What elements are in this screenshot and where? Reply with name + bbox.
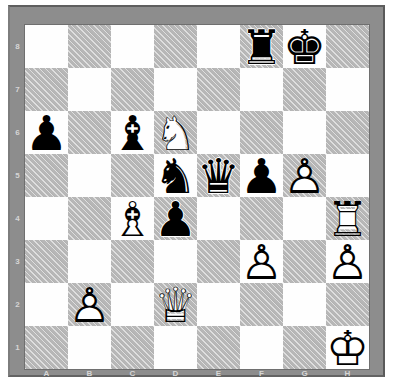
piece-glyph-fill: ♜ [326,197,369,240]
square-g8[interactable]: ♚ [283,25,326,68]
square-d3[interactable] [154,240,197,283]
square-a6[interactable]: ♟ [25,111,68,154]
piece-glyph: ♝ [111,111,154,154]
piece-glyph: ♛ [197,154,240,197]
square-e3[interactable] [197,240,240,283]
square-a2[interactable] [25,283,68,326]
square-c5[interactable] [111,154,154,197]
square-f8[interactable]: ♜ [240,25,283,68]
square-e2[interactable] [197,283,240,326]
file-label-c: C [111,369,154,377]
piece-glyph: ♙ [68,283,111,326]
piece-wQ-d2[interactable]: ♛♕ [154,283,197,326]
piece-glyph-fill: ♚ [326,326,369,369]
rank-labels: 87654321 [10,25,25,369]
square-b3[interactable] [68,240,111,283]
square-h5[interactable] [326,154,369,197]
square-a7[interactable] [25,68,68,111]
square-h6[interactable] [326,111,369,154]
square-g6[interactable] [283,111,326,154]
piece-glyph: ♗ [111,197,154,240]
square-e4[interactable] [197,197,240,240]
square-c8[interactable] [111,25,154,68]
square-a5[interactable] [25,154,68,197]
square-g1[interactable] [283,326,326,369]
piece-glyph: ♘ [154,111,197,154]
square-c2[interactable] [111,283,154,326]
square-e1[interactable] [197,326,240,369]
square-b2[interactable]: ♟♙ [68,283,111,326]
file-label-e: E [197,369,240,377]
square-c7[interactable] [111,68,154,111]
square-h8[interactable] [326,25,369,68]
piece-glyph: ♙ [240,240,283,283]
square-a3[interactable] [25,240,68,283]
square-a1[interactable] [25,326,68,369]
square-d4[interactable]: ♟ [154,197,197,240]
piece-bN-d5[interactable]: ♞ [154,154,197,197]
square-b6[interactable] [68,111,111,154]
rank-label-5: 5 [10,154,25,197]
square-c4[interactable]: ♝♗ [111,197,154,240]
square-b4[interactable] [68,197,111,240]
piece-glyph: ♟ [154,197,197,240]
square-d5[interactable]: ♞ [154,154,197,197]
square-h4[interactable]: ♜♖ [326,197,369,240]
square-b8[interactable] [68,25,111,68]
piece-glyph-fill: ♞ [154,111,197,154]
piece-wK-h1[interactable]: ♚♔ [326,326,369,369]
piece-wP-f3[interactable]: ♟♙ [240,240,283,283]
piece-glyph-fill: ♛ [154,283,197,326]
piece-wP-g5[interactable]: ♟♙ [283,154,326,197]
piece-bP-f5[interactable]: ♟ [240,154,283,197]
square-g4[interactable] [283,197,326,240]
square-g3[interactable] [283,240,326,283]
piece-glyph: ♚ [283,25,326,68]
square-f5[interactable]: ♟ [240,154,283,197]
square-f1[interactable] [240,326,283,369]
rank-label-3: 3 [10,240,25,283]
file-label-b: B [68,369,111,377]
piece-glyph-fill: ♟ [326,240,369,283]
piece-glyph: ♙ [283,154,326,197]
piece-glyph: ♟ [25,111,68,154]
square-d2[interactable]: ♛♕ [154,283,197,326]
rank-label-8: 8 [10,25,25,68]
piece-bB-c6[interactable]: ♝ [111,111,154,154]
board: ♜♚♟♝♞♘♞♛♟♟♙♝♗♟♜♖♟♙♟♙♟♙♛♕♚♔ [25,25,369,369]
square-g2[interactable] [283,283,326,326]
rank-label-6: 6 [10,111,25,154]
piece-glyph-fill: ♟ [68,283,111,326]
square-c3[interactable] [111,240,154,283]
square-a8[interactable] [25,25,68,68]
piece-wR-h4[interactable]: ♜♖ [326,197,369,240]
square-d7[interactable] [154,68,197,111]
piece-glyph-fill: ♟ [240,240,283,283]
square-e8[interactable] [197,25,240,68]
piece-bP-d4[interactable]: ♟ [154,197,197,240]
square-h1[interactable]: ♚♔ [326,326,369,369]
piece-bR-f8[interactable]: ♜ [240,25,283,68]
square-b1[interactable] [68,326,111,369]
square-h7[interactable] [326,68,369,111]
rank-label-7: 7 [10,68,25,111]
square-g5[interactable]: ♟♙ [283,154,326,197]
chess-board-frame: 87654321 ♜♚♟♝♞♘♞♛♟♟♙♝♗♟♜♖♟♙♟♙♟♙♛♕♚♔ ABCD… [8,5,385,377]
square-f3[interactable]: ♟♙ [240,240,283,283]
piece-glyph: ♖ [326,197,369,240]
rank-label-4: 4 [10,197,25,240]
rank-label-2: 2 [10,283,25,326]
piece-bK-g8[interactable]: ♚ [283,25,326,68]
square-b7[interactable] [68,68,111,111]
file-label-h: H [326,369,369,377]
piece-glyph: ♟ [240,154,283,197]
piece-glyph: ♙ [326,240,369,283]
piece-glyph: ♔ [326,326,369,369]
piece-wN-d6[interactable]: ♞♘ [154,111,197,154]
file-label-a: A [25,369,68,377]
file-labels: ABCDEFGH [25,369,369,377]
piece-wP-h3[interactable]: ♟♙ [326,240,369,283]
piece-glyph-fill: ♝ [111,197,154,240]
square-f4[interactable] [240,197,283,240]
square-f6[interactable] [240,111,283,154]
piece-glyph: ♜ [240,25,283,68]
piece-wB-c4[interactable]: ♝♗ [111,197,154,240]
piece-bQ-e5[interactable]: ♛ [197,154,240,197]
square-d1[interactable] [154,326,197,369]
piece-glyph: ♕ [154,283,197,326]
piece-glyph-fill: ♟ [283,154,326,197]
square-d8[interactable] [154,25,197,68]
square-e6[interactable] [197,111,240,154]
square-c6[interactable]: ♝ [111,111,154,154]
file-label-d: D [154,369,197,377]
square-f2[interactable] [240,283,283,326]
square-h3[interactable]: ♟♙ [326,240,369,283]
piece-bP-a6[interactable]: ♟ [25,111,68,154]
square-g7[interactable] [283,68,326,111]
piece-glyph: ♞ [154,154,197,197]
rank-label-1: 1 [10,326,25,369]
file-label-f: F [240,369,283,377]
square-f7[interactable] [240,68,283,111]
square-a4[interactable] [25,197,68,240]
square-c1[interactable] [111,326,154,369]
file-label-g: G [283,369,326,377]
square-b5[interactable] [68,154,111,197]
square-h2[interactable] [326,283,369,326]
square-d6[interactable]: ♞♘ [154,111,197,154]
square-e7[interactable] [197,68,240,111]
square-e5[interactable]: ♛ [197,154,240,197]
piece-wP-b2[interactable]: ♟♙ [68,283,111,326]
